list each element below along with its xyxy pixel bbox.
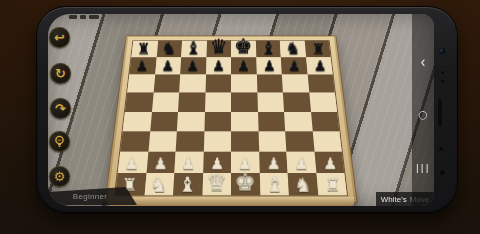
earpiece-speaker bbox=[438, 99, 442, 127]
difficulty-badge: Beginner bbox=[48, 187, 137, 205]
white-pawn[interactable]: ♟ bbox=[295, 156, 309, 172]
undo-icon: ↩ bbox=[54, 31, 65, 44]
square-c6[interactable] bbox=[179, 75, 205, 93]
white-king[interactable]: ♚ bbox=[235, 170, 257, 194]
square-e1[interactable]: ♚ bbox=[231, 173, 260, 195]
square-b8[interactable]: ♞ bbox=[156, 41, 182, 58]
status-icon bbox=[80, 15, 86, 19]
black-queen[interactable]: ♛ bbox=[210, 37, 228, 57]
square-c5[interactable] bbox=[178, 93, 205, 112]
white-queen[interactable]: ♛ bbox=[206, 172, 227, 195]
square-a8[interactable]: ♜ bbox=[131, 41, 157, 58]
square-c7[interactable]: ♟ bbox=[180, 57, 206, 74]
gear-icon: ⚙ bbox=[54, 170, 66, 183]
square-g4[interactable] bbox=[284, 112, 312, 132]
sensor-dot bbox=[439, 147, 443, 151]
square-f2[interactable]: ♟ bbox=[259, 152, 288, 173]
turn-side-label: White's bbox=[381, 195, 407, 204]
square-h3[interactable] bbox=[312, 131, 341, 151]
square-g5[interactable] bbox=[283, 93, 311, 112]
rotate-button[interactable]: ↷ bbox=[50, 98, 71, 119]
home-icon: ○ bbox=[418, 108, 428, 121]
black-pawn[interactable]: ♟ bbox=[313, 60, 326, 74]
square-c1[interactable]: ♝ bbox=[173, 173, 203, 195]
status-icon bbox=[89, 15, 99, 19]
status-icon bbox=[69, 15, 77, 19]
black-pawn[interactable]: ♟ bbox=[263, 60, 276, 74]
black-pawn[interactable]: ♟ bbox=[136, 60, 149, 74]
square-b1[interactable]: ♞ bbox=[144, 173, 174, 195]
white-pawn[interactable]: ♟ bbox=[125, 156, 139, 172]
white-pawn[interactable]: ♟ bbox=[238, 156, 252, 172]
square-g3[interactable] bbox=[285, 131, 314, 151]
square-d1[interactable]: ♛ bbox=[202, 173, 231, 195]
black-rook[interactable]: ♜ bbox=[137, 42, 150, 57]
white-pawn[interactable]: ♟ bbox=[210, 156, 224, 172]
square-c3[interactable] bbox=[176, 131, 204, 151]
square-f3[interactable] bbox=[258, 131, 286, 151]
app-background: ♜♞♝♛♚♝♞♜♟♟♟♟♟♟♟♟♟♟♟♟♟♟♟♟♜♞♝♛♚♝♞♜ ↩ ↻ ↷ ⚙… bbox=[0, 0, 480, 234]
white-bishop[interactable]: ♝ bbox=[265, 174, 284, 195]
square-a2[interactable]: ♟ bbox=[118, 152, 148, 173]
nav-home-button[interactable]: ○ bbox=[412, 104, 434, 124]
android-nav-bar: ‹ ○ ||| bbox=[412, 14, 434, 206]
square-d4[interactable] bbox=[204, 112, 231, 132]
black-knight[interactable]: ♞ bbox=[161, 40, 176, 57]
square-b3[interactable] bbox=[148, 131, 177, 151]
white-pawn[interactable]: ♟ bbox=[323, 156, 337, 172]
chess-board[interactable]: ♜♞♝♛♚♝♞♜♟♟♟♟♟♟♟♟♟♟♟♟♟♟♟♟♜♞♝♛♚♝♞♜ bbox=[104, 35, 357, 203]
square-h6[interactable] bbox=[307, 75, 335, 93]
square-e3[interactable] bbox=[231, 131, 259, 151]
square-f8[interactable]: ♝ bbox=[255, 41, 280, 58]
white-bishop[interactable]: ♝ bbox=[178, 174, 197, 195]
white-knight[interactable]: ♞ bbox=[150, 175, 168, 195]
black-pawn[interactable]: ♟ bbox=[161, 60, 174, 74]
sensor-dot bbox=[441, 80, 444, 83]
board-front-edge bbox=[108, 197, 354, 206]
square-d2[interactable]: ♟ bbox=[203, 152, 231, 173]
square-f5[interactable] bbox=[257, 93, 284, 112]
phone-frame: ♜♞♝♛♚♝♞♜♟♟♟♟♟♟♟♟♟♟♟♟♟♟♟♟♜♞♝♛♚♝♞♜ ↩ ↻ ↷ ⚙… bbox=[36, 6, 458, 214]
white-knight[interactable]: ♞ bbox=[295, 175, 313, 195]
chess-board-stage: ♜♞♝♛♚♝♞♜♟♟♟♟♟♟♟♟♟♟♟♟♟♟♟♟♜♞♝♛♚♝♞♜ bbox=[116, 14, 346, 206]
square-f6[interactable] bbox=[256, 75, 282, 93]
square-d7[interactable]: ♟ bbox=[206, 57, 231, 74]
black-bishop[interactable]: ♝ bbox=[186, 39, 202, 57]
undo-button[interactable]: ↩ bbox=[49, 27, 70, 48]
square-c4[interactable] bbox=[177, 112, 205, 132]
square-d8[interactable]: ♛ bbox=[206, 41, 231, 58]
recents-icon: ||| bbox=[416, 163, 430, 173]
square-f7[interactable]: ♟ bbox=[256, 57, 282, 74]
board-grid: ♜♞♝♛♚♝♞♜♟♟♟♟♟♟♟♟♟♟♟♟♟♟♟♟♜♞♝♛♚♝♞♜ bbox=[114, 40, 348, 196]
square-e8[interactable]: ♚ bbox=[231, 41, 256, 58]
square-e6[interactable] bbox=[231, 75, 257, 93]
black-pawn[interactable]: ♟ bbox=[212, 60, 225, 74]
hint-button[interactable] bbox=[49, 131, 70, 152]
square-a5[interactable] bbox=[125, 93, 153, 112]
sensor-dot bbox=[441, 71, 444, 74]
square-a3[interactable] bbox=[120, 131, 149, 151]
square-e7[interactable]: ♟ bbox=[231, 57, 256, 74]
square-e2[interactable]: ♟ bbox=[231, 152, 259, 173]
square-h5[interactable] bbox=[309, 93, 337, 112]
square-d6[interactable] bbox=[205, 75, 231, 93]
difficulty-label: Beginner bbox=[73, 192, 107, 201]
black-pawn[interactable]: ♟ bbox=[288, 60, 301, 74]
rotate-icon: ↷ bbox=[55, 102, 66, 115]
black-pawn[interactable]: ♟ bbox=[237, 60, 250, 74]
square-a6[interactable] bbox=[127, 75, 155, 93]
square-g6[interactable] bbox=[282, 75, 309, 93]
white-rook[interactable]: ♜ bbox=[324, 177, 340, 194]
square-g1[interactable]: ♞ bbox=[288, 173, 318, 195]
square-f1[interactable]: ♝ bbox=[259, 173, 289, 195]
black-rook[interactable]: ♜ bbox=[311, 42, 324, 57]
black-king[interactable]: ♚ bbox=[234, 36, 253, 57]
sensor-dot bbox=[440, 170, 445, 175]
square-g7[interactable]: ♟ bbox=[281, 57, 307, 74]
status-bar bbox=[69, 15, 99, 19]
square-a4[interactable] bbox=[123, 112, 152, 132]
square-h1[interactable]: ♜ bbox=[316, 173, 347, 195]
nav-back-button[interactable]: ‹ bbox=[412, 48, 434, 76]
square-b4[interactable] bbox=[150, 112, 178, 132]
app-screen: ♜♞♝♛♚♝♞♜♟♟♟♟♟♟♟♟♟♟♟♟♟♟♟♟♜♞♝♛♚♝♞♜ ↩ ↻ ↷ ⚙… bbox=[48, 14, 434, 206]
square-b5[interactable] bbox=[152, 93, 180, 112]
nav-recents-button[interactable]: ||| bbox=[412, 158, 434, 178]
square-c2[interactable]: ♟ bbox=[174, 152, 203, 173]
square-d3[interactable] bbox=[203, 131, 231, 151]
square-e5[interactable] bbox=[231, 93, 258, 112]
white-pawn[interactable]: ♟ bbox=[181, 156, 195, 172]
square-h7[interactable]: ♟ bbox=[306, 57, 333, 74]
square-c8[interactable]: ♝ bbox=[181, 41, 206, 58]
square-g2[interactable]: ♟ bbox=[286, 152, 316, 173]
square-b2[interactable]: ♟ bbox=[146, 152, 176, 173]
white-pawn[interactable]: ♟ bbox=[266, 156, 280, 172]
square-h8[interactable]: ♜ bbox=[304, 41, 330, 58]
black-bishop[interactable]: ♝ bbox=[260, 39, 276, 57]
black-knight[interactable]: ♞ bbox=[286, 40, 301, 57]
lightbulb-icon bbox=[53, 135, 66, 148]
square-h4[interactable] bbox=[311, 112, 340, 132]
square-d5[interactable] bbox=[205, 93, 232, 112]
front-camera bbox=[439, 48, 445, 54]
restart-icon: ↻ bbox=[55, 67, 66, 80]
square-g8[interactable]: ♞ bbox=[280, 41, 306, 58]
back-icon: ‹ bbox=[421, 52, 426, 72]
restart-button[interactable]: ↻ bbox=[50, 63, 71, 84]
square-a7[interactable]: ♟ bbox=[129, 57, 156, 74]
white-pawn[interactable]: ♟ bbox=[153, 156, 167, 172]
square-b6[interactable] bbox=[153, 75, 180, 93]
black-pawn[interactable]: ♟ bbox=[186, 60, 199, 74]
square-h2[interactable]: ♟ bbox=[314, 152, 344, 173]
settings-button[interactable]: ⚙ bbox=[49, 166, 70, 187]
square-b7[interactable]: ♟ bbox=[155, 57, 181, 74]
square-e4[interactable] bbox=[231, 112, 258, 132]
square-f4[interactable] bbox=[258, 112, 286, 132]
